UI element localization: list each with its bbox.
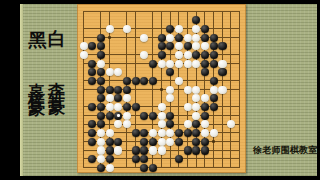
white-stone	[123, 25, 131, 33]
black-stone	[97, 94, 105, 102]
black-stone	[106, 112, 114, 120]
white-stone	[158, 60, 166, 68]
black-stone	[166, 25, 174, 33]
black-stone	[106, 155, 114, 163]
black-stone	[175, 129, 183, 137]
white-stone	[192, 86, 200, 94]
white-stone	[192, 103, 200, 111]
black-stone	[184, 146, 192, 154]
white-stone	[175, 25, 183, 33]
black-stone	[192, 51, 200, 59]
black-stone	[88, 60, 96, 68]
white-stone	[166, 129, 174, 137]
white-stone	[106, 129, 114, 137]
black-stone	[210, 94, 218, 102]
screenshot-frame: 黑 白 辜梓豪 李轩豪 徐老师围棋教室	[0, 0, 320, 180]
black-stone	[140, 138, 148, 146]
white-stone	[218, 60, 226, 68]
black-stone	[158, 51, 166, 59]
black-stone	[97, 51, 105, 59]
white-stone	[106, 103, 114, 111]
black-stone	[106, 86, 114, 94]
white-stone	[210, 86, 218, 94]
black-stone	[132, 146, 140, 154]
black-stone	[192, 129, 200, 137]
tatami-edge-highlight	[20, 4, 23, 176]
black-stone	[210, 60, 218, 68]
black-stone	[114, 86, 122, 94]
black-stone	[88, 129, 96, 137]
black-stone	[201, 68, 209, 76]
white-stone	[192, 94, 200, 102]
white-player-name: 李轩豪	[48, 68, 65, 92]
white-stone	[114, 146, 122, 154]
white-stone	[201, 129, 209, 137]
black-stone	[132, 155, 140, 163]
black-stone	[88, 77, 96, 85]
black-stone	[114, 112, 122, 120]
white-stone	[166, 138, 174, 146]
white-stone	[140, 51, 148, 59]
white-stone	[140, 34, 148, 42]
black-stone	[97, 34, 105, 42]
black-stone	[97, 112, 105, 120]
black-stone	[149, 60, 157, 68]
black-stone	[192, 16, 200, 24]
black-stone	[210, 42, 218, 50]
white-stone	[114, 68, 122, 76]
black-stone	[210, 51, 218, 59]
black-stone	[140, 164, 148, 172]
white-stone	[158, 129, 166, 137]
white-stone	[192, 25, 200, 33]
black-stone	[175, 34, 183, 42]
black-stone	[149, 77, 157, 85]
black-stone	[106, 138, 114, 146]
black-stone	[201, 34, 209, 42]
black-stone	[140, 112, 148, 120]
black-stone	[201, 138, 209, 146]
white-stone	[149, 146, 157, 154]
white-stone	[175, 60, 183, 68]
black-stone	[184, 42, 192, 50]
white-stone	[97, 138, 105, 146]
black-stone	[201, 146, 209, 154]
white-stone	[175, 77, 183, 85]
black-stone	[114, 138, 122, 146]
black-stone	[158, 42, 166, 50]
black-stone	[97, 164, 105, 172]
black-stone	[166, 68, 174, 76]
white-stone	[80, 42, 88, 50]
black-stone	[166, 42, 174, 50]
last-move-marker	[117, 114, 120, 117]
black-stone	[184, 129, 192, 137]
black-stone	[97, 86, 105, 94]
white-stone	[175, 51, 183, 59]
black-stone	[158, 34, 166, 42]
white-stone	[97, 129, 105, 137]
white-stone	[166, 94, 174, 102]
go-board[interactable]	[77, 4, 246, 173]
black-stone	[88, 155, 96, 163]
white-stone	[149, 129, 157, 137]
white-stone	[184, 103, 192, 111]
white-stone	[210, 129, 218, 137]
black-stone	[201, 51, 209, 59]
black-stone	[123, 86, 131, 94]
black-stone	[201, 60, 209, 68]
black-stone	[175, 155, 183, 163]
black-stone	[88, 68, 96, 76]
black-stone	[192, 138, 200, 146]
black-stone	[88, 120, 96, 128]
white-stone	[201, 120, 209, 128]
white-stone	[192, 112, 200, 120]
black-stone	[140, 146, 148, 154]
black-stone	[210, 103, 218, 111]
black-stone	[201, 112, 209, 120]
white-stone	[123, 94, 131, 102]
white-stone	[184, 86, 192, 94]
black-stone	[149, 112, 157, 120]
black-stone	[218, 42, 226, 50]
black-stone	[132, 77, 140, 85]
white-stone	[97, 60, 105, 68]
white-stone	[106, 25, 114, 33]
white-stone	[218, 86, 226, 94]
black-stone	[114, 94, 122, 102]
black-stone	[140, 129, 148, 137]
white-stone	[175, 42, 183, 50]
white-stone	[106, 94, 114, 102]
black-stone	[192, 146, 200, 154]
black-stone	[106, 146, 114, 154]
black-stone	[123, 77, 131, 85]
white-stone	[166, 86, 174, 94]
black-stone	[88, 138, 96, 146]
watermark-text: 徐老师围棋教室	[253, 144, 317, 157]
white-stone	[123, 112, 131, 120]
black-stone	[140, 77, 148, 85]
white-stone	[80, 51, 88, 59]
white-stone	[106, 164, 114, 172]
black-stone	[132, 103, 140, 111]
white-stone	[97, 155, 105, 163]
white-stone	[192, 42, 200, 50]
white-stone	[184, 34, 192, 42]
black-stone	[97, 68, 105, 76]
black-stone	[123, 103, 131, 111]
black-stone	[201, 103, 209, 111]
black-stone	[132, 129, 140, 137]
black-stone	[192, 120, 200, 128]
black-stone	[210, 34, 218, 42]
white-stone	[201, 94, 209, 102]
black-stone	[149, 164, 157, 172]
white-stone	[192, 60, 200, 68]
white-stone	[158, 146, 166, 154]
white-stone	[166, 60, 174, 68]
black-stone	[97, 103, 105, 111]
black-side-label: 黑	[28, 31, 46, 49]
white-stone	[184, 60, 192, 68]
white-stone	[158, 138, 166, 146]
black-stone	[210, 77, 218, 85]
white-stone	[158, 112, 166, 120]
star-point	[160, 88, 163, 91]
white-stone	[114, 120, 122, 128]
black-stone	[166, 112, 174, 120]
star-point	[212, 140, 215, 143]
white-stone	[158, 120, 166, 128]
black-stone	[97, 120, 105, 128]
white-stone	[184, 51, 192, 59]
white-stone	[114, 103, 122, 111]
white-stone	[184, 120, 192, 128]
black-stone	[88, 42, 96, 50]
black-stone	[97, 42, 105, 50]
board-grid	[83, 11, 240, 168]
white-stone	[158, 103, 166, 111]
white-stone	[227, 120, 235, 128]
white-stone	[192, 34, 200, 42]
black-stone	[175, 138, 183, 146]
white-side-label: 白	[48, 30, 66, 48]
black-stone	[140, 155, 148, 163]
black-stone	[97, 77, 105, 85]
white-stone	[106, 68, 114, 76]
star-point	[108, 36, 111, 39]
white-stone	[97, 146, 105, 154]
white-stone	[201, 42, 209, 50]
black-stone	[201, 25, 209, 33]
black-stone	[166, 120, 174, 128]
black-player-name: 辜梓豪	[28, 69, 45, 93]
white-stone	[166, 34, 174, 42]
black-stone	[218, 68, 226, 76]
black-stone	[149, 138, 157, 146]
white-stone	[123, 120, 131, 128]
black-stone	[88, 103, 96, 111]
